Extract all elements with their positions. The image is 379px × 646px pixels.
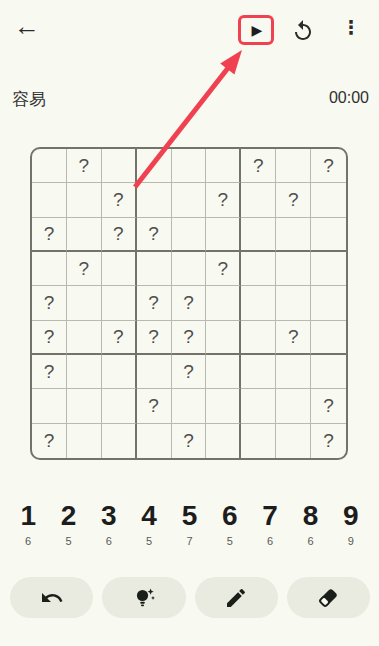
board-cell-r2c4[interactable] bbox=[137, 183, 172, 217]
board-cell-r2c6[interactable]: ? bbox=[206, 183, 241, 217]
board-cell-r6c6[interactable] bbox=[206, 321, 241, 355]
numpad-digit: 3 bbox=[89, 500, 129, 532]
numpad-digit: 4 bbox=[129, 500, 169, 532]
board-cell-r7c9[interactable] bbox=[311, 355, 346, 389]
numpad-digit: 8 bbox=[290, 500, 330, 532]
board-cell-r7c2[interactable] bbox=[67, 355, 102, 389]
numpad-4[interactable]: 45 bbox=[129, 500, 169, 547]
board-cell-r7c8[interactable] bbox=[276, 355, 311, 389]
board-cell-r6c9[interactable] bbox=[311, 321, 346, 355]
board-cell-r5c4[interactable]: ? bbox=[137, 286, 172, 320]
board-cell-r9c1[interactable]: ? bbox=[32, 424, 67, 458]
board-cell-r1c7[interactable]: ? bbox=[241, 149, 276, 183]
board-cell-r8c9[interactable]: ? bbox=[311, 389, 346, 423]
board-cell-r2c5[interactable] bbox=[172, 183, 207, 217]
notes-button[interactable] bbox=[195, 577, 278, 618]
numpad-digit: 6 bbox=[210, 500, 250, 532]
board-cell-r7c1[interactable]: ? bbox=[32, 355, 67, 389]
board-cell-r1c2[interactable]: ? bbox=[67, 149, 102, 183]
board-cell-r8c1[interactable] bbox=[32, 389, 67, 423]
restart-icon[interactable] bbox=[291, 19, 315, 43]
board-cell-r6c1[interactable]: ? bbox=[32, 321, 67, 355]
board-cell-r2c2[interactable] bbox=[67, 183, 102, 217]
numpad-7[interactable]: 76 bbox=[250, 500, 290, 547]
board-cell-r7c3[interactable] bbox=[102, 355, 137, 389]
board-cell-r4c6[interactable]: ? bbox=[206, 252, 241, 286]
numpad-1[interactable]: 16 bbox=[8, 500, 48, 547]
numpad-remaining-count: 5 bbox=[210, 535, 250, 547]
board-cell-r6c8[interactable]: ? bbox=[276, 321, 311, 355]
numpad-digit: 2 bbox=[48, 500, 88, 532]
board-cell-r9c6[interactable] bbox=[206, 424, 241, 458]
board-cell-r5c5[interactable]: ? bbox=[172, 286, 207, 320]
board-cell-r6c5[interactable]: ? bbox=[172, 321, 207, 355]
board-cell-r2c1[interactable] bbox=[32, 183, 67, 217]
board-cell-r9c2[interactable] bbox=[67, 424, 102, 458]
board-cell-r8c7[interactable] bbox=[241, 389, 276, 423]
pencil-icon bbox=[224, 586, 248, 610]
numpad-digit: 1 bbox=[8, 500, 48, 532]
board-cell-r4c7[interactable] bbox=[241, 252, 276, 286]
board-cell-r7c6[interactable] bbox=[206, 355, 241, 389]
numpad-remaining-count: 6 bbox=[290, 535, 330, 547]
board-cell-r1c6[interactable] bbox=[206, 149, 241, 183]
numpad-remaining-count: 7 bbox=[169, 535, 209, 547]
board-cell-r3c1[interactable]: ? bbox=[32, 218, 67, 252]
board-cell-r3c7[interactable] bbox=[241, 218, 276, 252]
board-cell-r9c5[interactable]: ? bbox=[172, 424, 207, 458]
board-cell-r5c1[interactable]: ? bbox=[32, 286, 67, 320]
board-cell-r7c5[interactable]: ? bbox=[172, 355, 207, 389]
board-cell-r3c6[interactable] bbox=[206, 218, 241, 252]
board-cell-r4c5[interactable] bbox=[172, 252, 207, 286]
play-button-red-frame[interactable]: ▶ bbox=[238, 15, 274, 45]
eraser-icon bbox=[316, 586, 340, 610]
board-cell-r8c2[interactable] bbox=[67, 389, 102, 423]
numpad-3[interactable]: 36 bbox=[89, 500, 129, 547]
board-cell-r7c7[interactable] bbox=[241, 355, 276, 389]
board-cell-r4c1[interactable] bbox=[32, 252, 67, 286]
board-cell-r1c4[interactable] bbox=[137, 149, 172, 183]
undo-icon bbox=[40, 586, 64, 610]
board-cell-r5c7[interactable] bbox=[241, 286, 276, 320]
board-cell-r2c8[interactable]: ? bbox=[276, 183, 311, 217]
board-cell-r2c9[interactable] bbox=[311, 183, 346, 217]
numpad-digit: 7 bbox=[250, 500, 290, 532]
board-cell-r3c8[interactable] bbox=[276, 218, 311, 252]
sudoku-screen: ← ▶ ⋮ 容易 00:00 ?????????????????????????… bbox=[0, 0, 379, 646]
board-cell-r9c7[interactable] bbox=[241, 424, 276, 458]
board-cell-r6c4[interactable]: ? bbox=[137, 321, 172, 355]
board-cell-r3c5[interactable] bbox=[172, 218, 207, 252]
board-cell-r4c2[interactable]: ? bbox=[67, 252, 102, 286]
board-cell-r2c3[interactable]: ? bbox=[102, 183, 137, 217]
numpad-remaining-count: 5 bbox=[48, 535, 88, 547]
board-cell-r4c3[interactable] bbox=[102, 252, 137, 286]
hint-button[interactable] bbox=[102, 577, 185, 618]
board-cell-r4c4[interactable] bbox=[137, 252, 172, 286]
board-cell-r5c8[interactable] bbox=[276, 286, 311, 320]
numpad-digit: 5 bbox=[169, 500, 209, 532]
lightbulb-icon bbox=[132, 586, 156, 610]
back-icon[interactable]: ← bbox=[14, 13, 40, 39]
board-cell-r1c1[interactable] bbox=[32, 149, 67, 183]
toolbar bbox=[10, 577, 370, 618]
board-cell-r5c2[interactable] bbox=[67, 286, 102, 320]
board-cell-r3c3[interactable]: ? bbox=[102, 218, 137, 252]
erase-button[interactable] bbox=[287, 577, 370, 618]
board-cell-r3c4[interactable]: ? bbox=[137, 218, 172, 252]
board-cell-r8c5[interactable] bbox=[172, 389, 207, 423]
board-cell-r5c9[interactable] bbox=[311, 286, 346, 320]
board-cell-r9c9[interactable]: ? bbox=[311, 424, 346, 458]
board-cell-r4c8[interactable] bbox=[276, 252, 311, 286]
board-cell-r1c8[interactable] bbox=[276, 149, 311, 183]
numpad-remaining-count: 5 bbox=[129, 535, 169, 547]
sudoku-board: ?????????????????????????? bbox=[30, 147, 348, 460]
board-cell-r5c6[interactable] bbox=[206, 286, 241, 320]
board-cell-r5c3[interactable] bbox=[102, 286, 137, 320]
board-cell-r6c7[interactable] bbox=[241, 321, 276, 355]
numpad: 162536455765768699 bbox=[0, 500, 379, 547]
play-icon[interactable]: ▶ bbox=[252, 23, 263, 37]
board-cell-r8c8[interactable] bbox=[276, 389, 311, 423]
menu-icon[interactable]: ⋮ bbox=[340, 16, 362, 39]
board-cell-r8c6[interactable] bbox=[206, 389, 241, 423]
board-cell-r9c4[interactable] bbox=[137, 424, 172, 458]
numpad-6[interactable]: 65 bbox=[210, 500, 250, 547]
board-cell-r9c8[interactable] bbox=[276, 424, 311, 458]
numpad-digit: 9 bbox=[331, 500, 371, 532]
numpad-remaining-count: 9 bbox=[331, 535, 371, 547]
board-cell-r9c3[interactable] bbox=[102, 424, 137, 458]
board-cell-r6c3[interactable]: ? bbox=[102, 321, 137, 355]
numpad-5[interactable]: 57 bbox=[169, 500, 209, 547]
board-cell-r7c4[interactable] bbox=[137, 355, 172, 389]
timer-label: 00:00 bbox=[329, 89, 369, 107]
numpad-remaining-count: 6 bbox=[89, 535, 129, 547]
board-cell-r1c5[interactable] bbox=[172, 149, 207, 183]
board-cell-r2c7[interactable] bbox=[241, 183, 276, 217]
difficulty-label: 容易 bbox=[12, 88, 46, 111]
undo-button[interactable] bbox=[10, 577, 93, 618]
numpad-remaining-count: 6 bbox=[250, 535, 290, 547]
board-cell-r1c3[interactable] bbox=[102, 149, 137, 183]
numpad-8[interactable]: 86 bbox=[290, 500, 330, 547]
numpad-9[interactable]: 99 bbox=[331, 500, 371, 547]
board-cell-r4c9[interactable] bbox=[311, 252, 346, 286]
board-cell-r1c9[interactable]: ? bbox=[311, 149, 346, 183]
numpad-remaining-count: 6 bbox=[8, 535, 48, 547]
board-cell-r6c2[interactable] bbox=[67, 321, 102, 355]
board-cell-r8c3[interactable] bbox=[102, 389, 137, 423]
numpad-2[interactable]: 25 bbox=[48, 500, 88, 547]
board-cell-r8c4[interactable]: ? bbox=[137, 389, 172, 423]
board-cell-r3c9[interactable] bbox=[311, 218, 346, 252]
board-cell-r3c2[interactable] bbox=[67, 218, 102, 252]
